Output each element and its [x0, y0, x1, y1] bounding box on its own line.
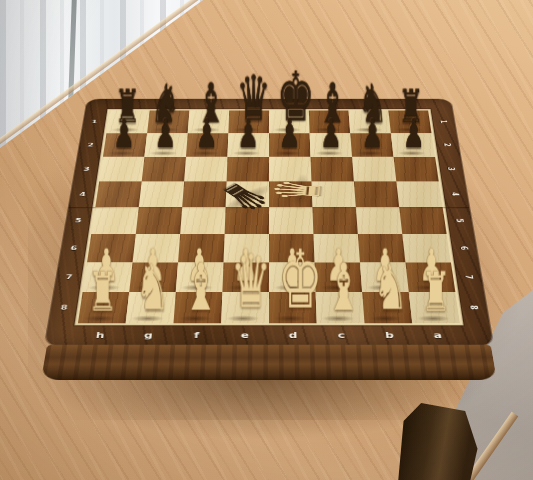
file-label-d: d [269, 325, 318, 344]
dark-pawn-d2[interactable]: ♟ [277, 114, 303, 154]
square-d2[interactable]: ♟ [269, 133, 311, 157]
square-g8[interactable]: ♞ [126, 292, 176, 323]
square-a8[interactable]: ♜ [409, 292, 460, 323]
file-label-g: g [123, 325, 173, 344]
board-grid: ♜♞♝♛♚♝♞♜♟♟♟♟♟♟♟♟♟♟♟♟♟♟♟♟♜♞♝♛♚♝♞♜♛♛ [78, 111, 460, 324]
square-c5[interactable] [312, 207, 357, 234]
square-b2[interactable]: ♟ [350, 133, 393, 157]
square-h8[interactable]: ♜ [78, 292, 129, 323]
rank-label-left-2: 2 [77, 133, 103, 157]
square-b5[interactable] [356, 207, 402, 234]
rank-label-left-8: 8 [49, 292, 80, 323]
square-f3[interactable] [184, 157, 227, 182]
square-c8[interactable]: ♝ [316, 292, 365, 323]
dark-pawn-h2[interactable]: ♟ [111, 114, 137, 154]
square-h2[interactable]: ♟ [103, 133, 147, 157]
square-g4[interactable] [139, 181, 184, 207]
board-surface: ♜♞♝♛♚♝♞♜♟♟♟♟♟♟♟♟♟♟♟♟♟♟♟♟♜♞♝♛♚♝♞♜♛♛ [74, 109, 463, 325]
square-f8[interactable]: ♝ [173, 292, 222, 323]
rank-label-left-6: 6 [59, 234, 88, 262]
file-label-c: c [317, 325, 366, 344]
light-bishop-c8[interactable]: ♝ [326, 254, 356, 319]
square-h5[interactable] [91, 207, 138, 234]
rank-label-left-3: 3 [73, 157, 100, 182]
rank-label-right-3: 3 [429, 162, 473, 175]
board-front-edge [41, 345, 497, 380]
square-g2[interactable]: ♟ [144, 133, 187, 157]
square-h3[interactable] [99, 157, 144, 182]
square-b8[interactable]: ♞ [362, 292, 412, 323]
square-e2[interactable]: ♟ [227, 133, 269, 157]
rank-label-right-4: 4 [433, 187, 478, 201]
square-f2[interactable]: ♟ [186, 133, 228, 157]
light-king-d8[interactable]: ♚ [278, 239, 308, 319]
light-rook-h8[interactable]: ♜ [88, 265, 118, 319]
square-h4[interactable] [95, 181, 141, 207]
rank-label-right-1: 1 [423, 116, 465, 128]
rank-label-left-1: 1 [82, 111, 108, 134]
photo-scene: ♜♞♝♛♚♝♞♜♟♟♟♟♟♟♟♟♟♟♟♟♟♟♟♟♜♞♝♛♚♝♞♜♛♛ 12345… [0, 0, 533, 480]
square-g5[interactable] [136, 207, 182, 234]
dark-pawn-f2[interactable]: ♟ [194, 114, 220, 154]
rank-label-left-4: 4 [69, 181, 97, 207]
square-c3[interactable] [311, 157, 354, 182]
rank-label-right-2: 2 [426, 138, 469, 151]
square-d8[interactable]: ♚ [269, 292, 317, 323]
file-label-a: a [413, 325, 464, 344]
file-label-f: f [172, 325, 221, 344]
light-queen-e8[interactable]: ♛ [230, 245, 260, 319]
square-d5[interactable] [269, 207, 313, 234]
square-e5[interactable] [225, 207, 269, 234]
square-c2[interactable]: ♟ [310, 133, 352, 157]
square-g3[interactable] [142, 157, 186, 182]
dark-pawn-b2[interactable]: ♟ [360, 114, 386, 154]
square-e8[interactable]: ♛ [221, 292, 269, 323]
dark-pawn-g2[interactable]: ♟ [153, 114, 179, 154]
file-label-h: h [75, 325, 126, 344]
dark-pawn-e2[interactable]: ♟ [235, 114, 261, 154]
square-f5[interactable] [180, 207, 225, 234]
square-b4[interactable] [354, 181, 399, 207]
light-knight-g8[interactable]: ♞ [135, 256, 165, 319]
file-label-e: e [220, 325, 269, 344]
chess-board: ♜♞♝♛♚♝♞♜♟♟♟♟♟♟♟♟♟♟♟♟♟♟♟♟♜♞♝♛♚♝♞♜♛♛ 12345… [39, 99, 499, 380]
board-frame: ♜♞♝♛♚♝♞♜♟♟♟♟♟♟♟♟♟♟♟♟♟♟♟♟♜♞♝♛♚♝♞♜♛♛ 12345… [45, 99, 494, 346]
rank-label-left-5: 5 [64, 207, 92, 234]
light-bishop-f8[interactable]: ♝ [183, 254, 213, 319]
square-b3[interactable] [352, 157, 396, 182]
light-knight-b8[interactable]: ♞ [373, 256, 403, 319]
file-label-b: b [365, 325, 415, 344]
dark-pawn-c2[interactable]: ♟ [318, 114, 344, 154]
light-rook-a8[interactable]: ♜ [421, 265, 451, 319]
rank-label-left-7: 7 [54, 262, 84, 292]
file-labels-bottom: hgfedcba [75, 325, 464, 344]
